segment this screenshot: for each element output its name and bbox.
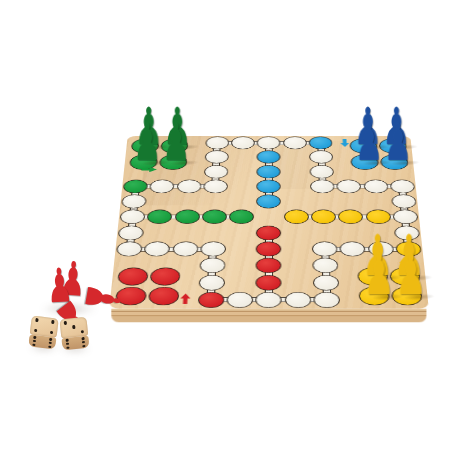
track-cell[interactable] [391,195,417,209]
red-start-cell[interactable] [198,292,225,308]
die-pip [34,329,38,333]
die-pip [50,331,54,335]
track-cell[interactable] [285,292,312,308]
die-pip [49,342,52,345]
blue-pawn[interactable]: ♟ [377,117,412,167]
blue-home-cell[interactable] [257,195,282,209]
track-cell[interactable] [363,180,389,194]
track-cell[interactable] [205,137,229,150]
track-cell[interactable] [200,242,226,257]
track-cell[interactable] [176,180,201,194]
die-pip [33,340,36,343]
track-connector [304,215,316,220]
die-pip [72,325,76,329]
track-cell[interactable] [231,137,255,150]
yellow-home-cell[interactable] [338,210,364,224]
yellow-pawn[interactable]: ♟ [388,247,426,302]
blue-start-cell[interactable] [309,137,333,150]
track-cell[interactable] [256,292,283,308]
track-connector [358,215,370,220]
scene: ♟♟♟♟♟♟♟♟♟♟♟♟ ♟♟♟♟ [0,0,458,458]
track-cell[interactable] [257,137,281,150]
die-pip [80,330,84,334]
ludo-board-wrap: ♟♟♟♟♟♟♟♟♟♟♟♟ [119,67,419,367]
track-connector [195,215,207,220]
die-pip [82,337,85,340]
track-cell[interactable] [121,195,147,209]
track-connector [386,215,398,220]
track-cell[interactable] [309,151,333,164]
track-cell[interactable] [198,275,225,291]
pawn-glyph-icon: ♟ [133,117,155,167]
die-pip [51,320,55,324]
pawn-glyph-icon: ♟ [395,247,419,302]
die-pip [66,343,69,346]
red-home-cell[interactable] [256,226,281,241]
track-cell[interactable] [204,165,229,178]
track-cell[interactable] [149,180,175,194]
start-arrow-red-icon [180,293,192,303]
track-cell[interactable] [204,151,228,164]
track-cell[interactable] [310,180,335,194]
die-pip [63,321,67,325]
red-home-cell[interactable] [256,258,282,273]
track-cell[interactable] [172,242,198,257]
die-pip [82,341,85,344]
yellow-home-cell[interactable] [311,210,337,224]
pawn-glyph-icon: ♟ [354,117,376,167]
track-connector [140,215,152,220]
blue-home-cell[interactable] [257,151,281,164]
blue-home-cell[interactable] [257,180,282,194]
green-home-cell[interactable] [229,210,254,224]
die-pip [49,338,52,341]
red-home-cell[interactable] [256,242,282,257]
green-start-cell[interactable] [123,180,149,194]
track-connector [167,215,179,220]
die-2[interactable] [59,317,89,351]
track-cell[interactable] [312,242,338,257]
board-edge [111,309,426,323]
track-cell[interactable] [390,180,416,194]
die-pip [82,344,85,347]
green-home-cell[interactable] [174,210,200,224]
green-home-cell[interactable] [202,210,228,224]
pawn-glyph-icon: ♟ [363,247,387,302]
track-cell[interactable] [336,180,361,194]
green-pawn[interactable]: ♟ [156,117,191,167]
track-cell[interactable] [283,137,307,150]
track-cell[interactable] [203,180,228,194]
pawn-glyph-icon: ♟ [384,117,406,167]
track-connector [331,215,343,220]
die-pip [66,346,69,349]
die-pip [32,343,35,346]
die-pip [35,318,39,322]
track-cell[interactable] [199,258,225,273]
track-connector [222,215,234,220]
track-cell[interactable] [313,275,340,291]
red-yard-cell[interactable] [149,268,181,286]
die-pip [66,339,69,342]
track-cell[interactable] [309,165,334,178]
track-cell[interactable] [144,242,171,257]
track-cell[interactable] [116,242,143,257]
pawn-glyph-icon: ♟ [162,117,184,167]
yellow-home-cell[interactable] [284,210,309,224]
red-home-cell[interactable] [256,275,282,291]
track-cell[interactable] [119,210,145,224]
die-1[interactable] [28,315,59,349]
track-cell[interactable] [312,258,338,273]
track-cell[interactable] [313,292,340,308]
ludo-board: ♟♟♟♟♟♟♟♟♟♟♟♟ [109,136,429,309]
blue-home-cell[interactable] [257,165,281,178]
die-pip [33,336,36,339]
die-pip [48,345,51,348]
green-home-cell[interactable] [147,210,173,224]
track-cell[interactable] [227,292,254,308]
red-yard-cell[interactable] [148,287,180,306]
